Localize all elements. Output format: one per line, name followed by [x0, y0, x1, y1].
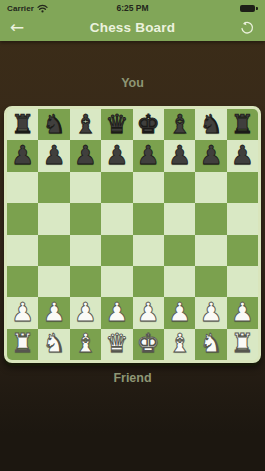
square-d5[interactable]	[101, 203, 132, 234]
piece-white-pawn[interactable]: ♟	[105, 299, 128, 325]
piece-black-rook[interactable]: ♜	[231, 111, 254, 137]
square-b7[interactable]: ♟	[38, 140, 69, 171]
square-g3[interactable]	[195, 266, 226, 297]
square-b2[interactable]: ♟	[38, 297, 69, 328]
piece-black-bishop[interactable]: ♝	[168, 111, 191, 137]
chess-board: ♜♞♝♛♚♝♞♜♟♟♟♟♟♟♟♟♟♟♟♟♟♟♟♟♜♞♝♛♚♝♞♜	[4, 106, 261, 363]
square-e1[interactable]: ♚	[133, 329, 164, 360]
square-e2[interactable]: ♟	[133, 297, 164, 328]
square-e7[interactable]: ♟	[133, 140, 164, 171]
square-f5[interactable]	[164, 203, 195, 234]
square-g6[interactable]	[195, 172, 226, 203]
square-f4[interactable]	[164, 235, 195, 266]
piece-white-knight[interactable]: ♞	[42, 330, 65, 356]
app-header: Carrier 6:25 PM ← Chess Board	[0, 0, 265, 41]
square-f8[interactable]: ♝	[164, 109, 195, 140]
battery-icon	[240, 5, 255, 12]
piece-black-king[interactable]: ♚	[137, 111, 160, 137]
square-c4[interactable]	[70, 235, 101, 266]
square-h4[interactable]	[227, 235, 258, 266]
piece-black-pawn[interactable]: ♟	[137, 142, 160, 168]
square-b6[interactable]	[38, 172, 69, 203]
square-a4[interactable]	[7, 235, 38, 266]
square-e5[interactable]	[133, 203, 164, 234]
piece-white-pawn[interactable]: ♟	[231, 299, 254, 325]
piece-black-pawn[interactable]: ♟	[11, 142, 34, 168]
piece-white-knight[interactable]: ♞	[199, 330, 222, 356]
square-e3[interactable]	[133, 266, 164, 297]
piece-white-queen[interactable]: ♛	[105, 330, 128, 356]
square-c5[interactable]	[70, 203, 101, 234]
piece-black-pawn[interactable]: ♟	[199, 142, 222, 168]
piece-black-bishop[interactable]: ♝	[74, 111, 97, 137]
square-e6[interactable]	[133, 172, 164, 203]
carrier-group: Carrier	[7, 4, 48, 13]
square-a6[interactable]	[7, 172, 38, 203]
square-f3[interactable]	[164, 266, 195, 297]
square-g5[interactable]	[195, 203, 226, 234]
piece-black-pawn[interactable]: ♟	[168, 142, 191, 168]
carrier-label: Carrier	[7, 4, 34, 13]
square-g8[interactable]: ♞	[195, 109, 226, 140]
piece-black-pawn[interactable]: ♟	[105, 142, 128, 168]
square-a1[interactable]: ♜	[7, 329, 38, 360]
status-bar: Carrier 6:25 PM	[0, 0, 265, 14]
square-a8[interactable]: ♜	[7, 109, 38, 140]
nav-bar: ← Chess Board	[0, 14, 265, 41]
square-f1[interactable]: ♝	[164, 329, 195, 360]
square-h3[interactable]	[227, 266, 258, 297]
piece-white-pawn[interactable]: ♟	[199, 299, 222, 325]
page-title: Chess Board	[90, 20, 175, 35]
square-c2[interactable]: ♟	[70, 297, 101, 328]
square-f2[interactable]: ♟	[164, 297, 195, 328]
square-g1[interactable]: ♞	[195, 329, 226, 360]
wifi-icon	[37, 4, 48, 13]
piece-white-bishop[interactable]: ♝	[74, 330, 97, 356]
piece-white-rook[interactable]: ♜	[11, 330, 34, 356]
square-d2[interactable]: ♟	[101, 297, 132, 328]
square-a3[interactable]	[7, 266, 38, 297]
square-f7[interactable]: ♟	[164, 140, 195, 171]
square-d1[interactable]: ♛	[101, 329, 132, 360]
piece-white-king[interactable]: ♚	[137, 330, 160, 356]
square-a5[interactable]	[7, 203, 38, 234]
square-g2[interactable]: ♟	[195, 297, 226, 328]
piece-white-pawn[interactable]: ♟	[137, 299, 160, 325]
piece-black-knight[interactable]: ♞	[199, 111, 222, 137]
square-g7[interactable]: ♟	[195, 140, 226, 171]
square-b8[interactable]: ♞	[38, 109, 69, 140]
square-a2[interactable]: ♟	[7, 297, 38, 328]
square-d7[interactable]: ♟	[101, 140, 132, 171]
square-h6[interactable]	[227, 172, 258, 203]
square-c7[interactable]: ♟	[70, 140, 101, 171]
square-c8[interactable]: ♝	[70, 109, 101, 140]
piece-black-queen[interactable]: ♛	[105, 111, 128, 137]
square-e4[interactable]	[133, 235, 164, 266]
piece-white-pawn[interactable]: ♟	[42, 299, 65, 325]
clock-time: 6:25 PM	[116, 3, 148, 13]
square-b5[interactable]	[38, 203, 69, 234]
square-d6[interactable]	[101, 172, 132, 203]
square-h2[interactable]: ♟	[227, 297, 258, 328]
square-a7[interactable]: ♟	[7, 140, 38, 171]
square-f6[interactable]	[164, 172, 195, 203]
player-label-bottom: Friend	[0, 371, 265, 385]
square-c6[interactable]	[70, 172, 101, 203]
piece-white-rook[interactable]: ♜	[231, 330, 254, 356]
piece-white-pawn[interactable]: ♟	[74, 299, 97, 325]
square-h7[interactable]: ♟	[227, 140, 258, 171]
square-c3[interactable]	[70, 266, 101, 297]
square-b4[interactable]	[38, 235, 69, 266]
square-g4[interactable]	[195, 235, 226, 266]
refresh-icon[interactable]	[240, 21, 254, 35]
piece-black-pawn[interactable]: ♟	[231, 142, 254, 168]
piece-black-pawn[interactable]: ♟	[74, 142, 97, 168]
square-b3[interactable]	[38, 266, 69, 297]
square-d8[interactable]: ♛	[101, 109, 132, 140]
square-h1[interactable]: ♜	[227, 329, 258, 360]
square-e8[interactable]: ♚	[133, 109, 164, 140]
piece-white-pawn[interactable]: ♟	[11, 299, 34, 325]
square-c1[interactable]: ♝	[70, 329, 101, 360]
square-b1[interactable]: ♞	[38, 329, 69, 360]
back-button[interactable]: ←	[10, 19, 24, 36]
square-d3[interactable]	[101, 266, 132, 297]
square-d4[interactable]	[101, 235, 132, 266]
piece-white-pawn[interactable]: ♟	[168, 299, 191, 325]
square-h5[interactable]	[227, 203, 258, 234]
square-h8[interactable]: ♜	[227, 109, 258, 140]
piece-black-knight[interactable]: ♞	[42, 111, 65, 137]
piece-black-rook[interactable]: ♜	[11, 111, 34, 137]
app-screen: Carrier 6:25 PM ← Chess Board You ♜♞♝♛♚♝…	[0, 0, 265, 471]
piece-black-pawn[interactable]: ♟	[42, 142, 65, 168]
player-label-top: You	[0, 76, 265, 90]
piece-white-bishop[interactable]: ♝	[168, 330, 191, 356]
